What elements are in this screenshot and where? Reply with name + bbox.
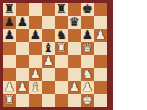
white-pawn: ♟	[30, 68, 41, 81]
square-g4[interactable]	[81, 55, 94, 68]
square-a5[interactable]	[3, 42, 16, 55]
square-d6[interactable]	[42, 29, 55, 42]
square-f6[interactable]	[68, 29, 81, 42]
black-queen: ♛	[69, 16, 80, 29]
square-e4[interactable]	[55, 55, 68, 68]
square-g3[interactable]: ♞	[81, 68, 94, 81]
square-e1[interactable]	[55, 94, 68, 107]
square-e7[interactable]	[55, 16, 68, 29]
square-b8[interactable]	[16, 3, 29, 16]
square-g8[interactable]: ♚	[81, 3, 94, 16]
black-king: ♚	[82, 3, 93, 16]
square-b5[interactable]	[16, 42, 29, 55]
square-c6[interactable]: ♟	[29, 29, 42, 42]
black-bishop: ♝	[43, 42, 54, 55]
square-c3[interactable]: ♟	[29, 68, 42, 81]
black-pawn: ♟	[4, 16, 15, 29]
white-rook: ♜	[4, 94, 15, 107]
white-pawn: ♟	[4, 81, 15, 94]
white-pawn: ♟	[95, 29, 106, 42]
black-pawn: ♟	[17, 16, 28, 29]
square-a6[interactable]: ♟	[3, 29, 16, 42]
black-knight: ♞	[56, 29, 67, 42]
square-f2[interactable]: ♟	[68, 81, 81, 94]
square-c8[interactable]	[29, 3, 42, 16]
square-h1[interactable]	[94, 94, 107, 107]
square-d5[interactable]: ♝	[42, 42, 55, 55]
white-knight: ♞	[82, 68, 93, 81]
square-g1[interactable]: ♚	[81, 94, 94, 107]
white-pawn: ♟	[69, 81, 80, 94]
square-f1[interactable]	[68, 94, 81, 107]
square-h8[interactable]	[94, 3, 107, 16]
square-e5[interactable]: ♜	[55, 42, 68, 55]
square-d1[interactable]	[42, 94, 55, 107]
square-e2[interactable]	[55, 81, 68, 94]
square-b7[interactable]: ♟	[16, 16, 29, 29]
square-g6[interactable]: ♟	[81, 29, 94, 42]
square-h6[interactable]: ♟	[94, 29, 107, 42]
square-f3[interactable]	[68, 68, 81, 81]
black-rook: ♜	[56, 3, 67, 16]
square-b1[interactable]	[16, 94, 29, 107]
square-c1[interactable]	[29, 94, 42, 107]
white-pawn: ♟	[43, 55, 54, 68]
square-a8[interactable]: ♜	[3, 3, 16, 16]
square-c5[interactable]	[29, 42, 42, 55]
square-b6[interactable]	[16, 29, 29, 42]
square-e8[interactable]: ♜	[55, 3, 68, 16]
square-g2[interactable]: ♟	[81, 81, 94, 94]
square-f8[interactable]	[68, 3, 81, 16]
square-f5[interactable]	[68, 42, 81, 55]
square-d3[interactable]	[42, 68, 55, 81]
square-g7[interactable]	[81, 16, 94, 29]
square-b3[interactable]	[16, 68, 29, 81]
square-e3[interactable]	[55, 68, 68, 81]
square-d4[interactable]: ♟	[42, 55, 55, 68]
square-h5[interactable]	[94, 42, 107, 55]
black-pawn: ♟	[4, 29, 15, 42]
square-h7[interactable]	[94, 16, 107, 29]
white-queen: ♛	[82, 42, 93, 55]
white-king: ♚	[82, 94, 93, 107]
square-a2[interactable]: ♟	[3, 81, 16, 94]
square-a3[interactable]	[3, 68, 16, 81]
black-pawn: ♟	[30, 29, 41, 42]
square-d7[interactable]	[42, 16, 55, 29]
white-pawn: ♟	[17, 81, 28, 94]
square-b2[interactable]: ♟	[16, 81, 29, 94]
square-g5[interactable]: ♛	[81, 42, 94, 55]
square-a4[interactable]	[3, 55, 16, 68]
white-bishop: ♝	[30, 81, 41, 94]
white-pawn: ♟	[82, 81, 93, 94]
chess-board: ♜♜♚♟♟♛♟♟♞♟♟♝♜♛♟♟♞♟♟♝♟♟♜♚	[0, 0, 113, 110]
square-c7[interactable]	[29, 16, 42, 29]
white-rook: ♜	[56, 42, 67, 55]
square-d8[interactable]	[42, 3, 55, 16]
square-f7[interactable]: ♛	[68, 16, 81, 29]
black-pawn: ♟	[82, 29, 93, 42]
square-e6[interactable]: ♞	[55, 29, 68, 42]
square-f4[interactable]	[68, 55, 81, 68]
black-rook: ♜	[4, 3, 15, 16]
square-c2[interactable]: ♝	[29, 81, 42, 94]
square-b4[interactable]	[16, 55, 29, 68]
square-h4[interactable]	[94, 55, 107, 68]
square-h3[interactable]	[94, 68, 107, 81]
square-d2[interactable]	[42, 81, 55, 94]
square-a7[interactable]: ♟	[3, 16, 16, 29]
square-a1[interactable]: ♜	[3, 94, 16, 107]
square-h2[interactable]	[94, 81, 107, 94]
square-c4[interactable]	[29, 55, 42, 68]
